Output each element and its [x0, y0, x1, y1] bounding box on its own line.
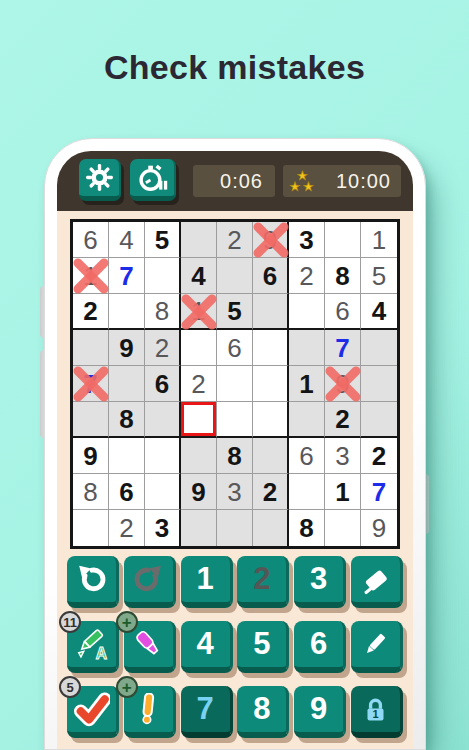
cell-r8c2[interactable]: 6 — [109, 474, 145, 510]
key-digit-7[interactable]: 7 — [181, 686, 233, 738]
key-digit-8[interactable]: 8 — [237, 686, 289, 738]
cell-value: 1 — [299, 371, 313, 397]
cell-value: 6 — [119, 479, 133, 505]
three-stars-icon: ★ ★ ★ — [289, 168, 319, 194]
key-label: 3 — [310, 561, 327, 597]
sudoku-grid: 6452931174628528156492677621982986328693… — [70, 219, 400, 549]
cell-value: 2 — [155, 335, 169, 361]
cell-r6c6[interactable] — [253, 402, 289, 438]
key-digit-1[interactable]: 1 — [181, 556, 233, 608]
settings-button[interactable] — [79, 159, 121, 201]
cell-r9c5[interactable] — [217, 510, 253, 546]
key-label: 8 — [253, 691, 270, 727]
svg-text:A: A — [95, 645, 106, 661]
cell-r5c7[interactable]: 1 — [289, 366, 325, 402]
cell-r6c3[interactable] — [145, 402, 181, 438]
cell-value: 8 — [299, 515, 313, 541]
timer-value: 0:06 — [220, 170, 263, 193]
cell-r6c1[interactable] — [73, 402, 109, 438]
key-exclamation[interactable]: + — [124, 686, 176, 738]
cell-r8c8[interactable]: 1 — [325, 474, 361, 510]
highlighter-icon — [131, 627, 165, 661]
cell-r5c3[interactable]: 6 — [145, 366, 181, 402]
eraser-icon — [360, 564, 391, 595]
cell-value: 6 — [299, 443, 313, 469]
cell-r3c9[interactable]: 4 — [361, 294, 397, 330]
cell-r1c6[interactable]: 9 — [253, 222, 289, 258]
key-highlighter[interactable]: + — [124, 621, 176, 673]
cell-r2c9[interactable]: 5 — [361, 258, 397, 294]
exclamation-icon — [132, 693, 164, 725]
cell-value: 9 — [372, 515, 386, 541]
cell-r1c4[interactable] — [181, 222, 217, 258]
top-bar: 0:06 ★ ★ ★ 10:00 — [57, 151, 413, 211]
key-digit-3[interactable]: 3 — [294, 556, 346, 608]
cell-r8c1[interactable]: 8 — [73, 474, 109, 510]
cell-value: 2 — [263, 479, 277, 505]
cell-r7c3[interactable] — [145, 438, 181, 474]
cell-r7c6[interactable] — [253, 438, 289, 474]
phone: 0:06 ★ ★ ★ 10:00 64529311746285281564926… — [44, 138, 426, 750]
cell-r3c1[interactable]: 2 — [73, 294, 109, 330]
cell-value: 2 — [372, 443, 386, 469]
cell-r3c4[interactable]: 1 — [181, 294, 217, 330]
key-eraser[interactable] — [351, 556, 403, 608]
cell-value: 5 — [155, 227, 169, 253]
cell-r5c8[interactable]: 9 — [325, 366, 361, 402]
cell-r3c7[interactable] — [289, 294, 325, 330]
cell-value: 1 — [191, 298, 205, 324]
cell-r8c4[interactable]: 9 — [181, 474, 217, 510]
cell-r1c7[interactable]: 3 — [289, 222, 325, 258]
target-time-value: 10:00 — [336, 170, 391, 193]
key-digit-9[interactable]: 9 — [294, 686, 346, 738]
cell-r1c1[interactable]: 6 — [73, 222, 109, 258]
key-label: 1 — [196, 561, 213, 597]
cell-value: 3 — [299, 227, 313, 253]
count-badge: 5 — [59, 676, 81, 698]
svg-text:★: ★ — [303, 179, 316, 194]
add-badge: + — [116, 611, 138, 633]
cell-r1c2[interactable]: 4 — [109, 222, 145, 258]
cell-r6c7[interactable] — [289, 402, 325, 438]
cell-value: 2 — [299, 263, 313, 289]
cell-value: 6 — [335, 298, 349, 324]
cell-r2c8[interactable]: 8 — [325, 258, 361, 294]
key-redo[interactable] — [124, 556, 176, 608]
cell-value: 9 — [83, 443, 97, 469]
cell-value: 6 — [263, 263, 277, 289]
board-area: 6452931174628528156492677621982986328693… — [57, 211, 413, 749]
cell-r5c9[interactable] — [361, 366, 397, 402]
cell-value: 4 — [119, 227, 133, 253]
cell-r6c2[interactable]: 8 — [109, 402, 145, 438]
cell-value: 8 — [119, 406, 133, 432]
cell-value: 6 — [83, 227, 97, 253]
cell-r4c3[interactable]: 2 — [145, 330, 181, 366]
cell-r7c2[interactable] — [109, 438, 145, 474]
cell-r8c5[interactable]: 3 — [217, 474, 253, 510]
cell-r2c5[interactable] — [217, 258, 253, 294]
cell-r1c9[interactable]: 1 — [361, 222, 397, 258]
cell-r7c5[interactable]: 8 — [217, 438, 253, 474]
cell-value: 4 — [191, 263, 205, 289]
key-pencil[interactable] — [351, 621, 403, 673]
cell-r3c8[interactable]: 6 — [325, 294, 361, 330]
cell-r9c4[interactable] — [181, 510, 217, 546]
cell-r8c9[interactable]: 7 — [361, 474, 397, 510]
cell-value: 7 — [372, 479, 386, 505]
cell-value: 1 — [335, 479, 349, 505]
cell-value: 6 — [227, 335, 241, 361]
cell-r4c8[interactable]: 7 — [325, 330, 361, 366]
redo-icon — [132, 563, 164, 595]
cell-value: 1 — [372, 227, 386, 253]
key-undo[interactable] — [67, 556, 119, 608]
lock-icon: 1 — [360, 694, 391, 725]
cell-value: 8 — [335, 263, 349, 289]
key-lock[interactable]: 1 — [351, 686, 403, 738]
cell-r3c2[interactable] — [109, 294, 145, 330]
cell-r2c4[interactable]: 4 — [181, 258, 217, 294]
cell-r4c9[interactable] — [361, 330, 397, 366]
key-label: 6 — [310, 626, 327, 662]
cell-r4c1[interactable] — [73, 330, 109, 366]
cell-r1c8[interactable] — [325, 222, 361, 258]
svg-text:★: ★ — [289, 179, 302, 194]
page-title: Check mistakes — [0, 48, 469, 87]
cell-value: 2 — [227, 227, 241, 253]
auto-notes-pencil-icon: A — [75, 627, 109, 661]
cell-r3c3[interactable]: 8 — [145, 294, 181, 330]
cell-value: 2 — [335, 406, 349, 432]
cell-r7c1[interactable]: 9 — [73, 438, 109, 474]
cell-value: 2 — [119, 515, 133, 541]
keypad: 123A11+4565+7891 — [67, 556, 403, 749]
cell-value: 3 — [227, 479, 241, 505]
cell-r7c9[interactable]: 2 — [361, 438, 397, 474]
cell-r5c4[interactable]: 2 — [181, 366, 217, 402]
cell-r6c5[interactable] — [217, 402, 253, 438]
cell-value: 9 — [263, 227, 277, 253]
cell-value: 9 — [119, 335, 133, 361]
cell-r2c6[interactable]: 6 — [253, 258, 289, 294]
key-label: 9 — [310, 691, 327, 727]
cell-r9c7[interactable]: 8 — [289, 510, 325, 546]
svg-text:1: 1 — [372, 708, 378, 720]
key-digit-5[interactable]: 5 — [237, 621, 289, 673]
cell-r1c3[interactable]: 5 — [145, 222, 181, 258]
cell-value: 6 — [155, 371, 169, 397]
cell-r2c3[interactable] — [145, 258, 181, 294]
cell-r3c5[interactable]: 5 — [217, 294, 253, 330]
pencil-icon — [360, 629, 390, 659]
cell-r9c9[interactable]: 9 — [361, 510, 397, 546]
cell-value: 7 — [119, 263, 133, 289]
key-digit-4[interactable]: 4 — [181, 621, 233, 673]
cell-r4c6[interactable] — [253, 330, 289, 366]
key-check[interactable]: 5 — [67, 686, 119, 738]
cell-r8c3[interactable] — [145, 474, 181, 510]
cell-r4c4[interactable] — [181, 330, 217, 366]
cell-r4c5[interactable]: 6 — [217, 330, 253, 366]
cell-value: 5 — [372, 263, 386, 289]
cell-r7c7[interactable]: 6 — [289, 438, 325, 474]
key-label: 5 — [253, 626, 270, 662]
key-label: 4 — [196, 626, 213, 662]
key-digit-2[interactable]: 2 — [237, 556, 289, 608]
cell-value: 8 — [155, 298, 169, 324]
pause-button[interactable] — [130, 159, 176, 201]
timer-display: 0:06 — [193, 165, 275, 197]
cell-value: 2 — [83, 298, 97, 324]
cell-r9c6[interactable] — [253, 510, 289, 546]
cell-r4c2[interactable]: 9 — [109, 330, 145, 366]
stopwatch-pause-icon — [136, 161, 169, 194]
cell-r6c9[interactable] — [361, 402, 397, 438]
gear-icon — [85, 163, 114, 192]
cell-r3c6[interactable] — [253, 294, 289, 330]
cell-r9c2[interactable]: 2 — [109, 510, 145, 546]
cell-r8c6[interactable]: 2 — [253, 474, 289, 510]
check-icon — [74, 691, 110, 727]
count-badge: 11 — [59, 611, 81, 633]
cell-r9c8[interactable] — [325, 510, 361, 546]
cell-r7c8[interactable]: 3 — [325, 438, 361, 474]
add-badge: + — [116, 676, 138, 698]
cell-r5c2[interactable] — [109, 366, 145, 402]
target-time-display: ★ ★ ★ 10:00 — [283, 165, 401, 197]
phone-screen: 0:06 ★ ★ ★ 10:00 64529311746285281564926… — [57, 151, 413, 749]
cell-r5c5[interactable] — [217, 366, 253, 402]
cell-r5c6[interactable] — [253, 366, 289, 402]
cell-value: 7 — [335, 335, 349, 361]
cell-r2c2[interactable]: 7 — [109, 258, 145, 294]
cell-value: 8 — [227, 443, 241, 469]
undo-icon — [76, 563, 108, 595]
key-digit-6[interactable]: 6 — [294, 621, 346, 673]
cell-value: 7 — [83, 371, 97, 397]
cell-r9c3[interactable]: 3 — [145, 510, 181, 546]
cell-value: 1 — [83, 263, 97, 289]
cell-r2c1[interactable]: 1 — [73, 258, 109, 294]
key-label: 2 — [253, 561, 270, 597]
cell-value: 5 — [227, 298, 241, 324]
cell-r9c1[interactable] — [73, 510, 109, 546]
cell-value: 4 — [372, 298, 386, 324]
cell-r2c7[interactable]: 2 — [289, 258, 325, 294]
cell-r5c1[interactable]: 7 — [73, 366, 109, 402]
page-background: { "game": "sudoku", "title": "Check mist… — [0, 0, 469, 750]
cell-r6c4[interactable] — [181, 402, 217, 438]
cell-r6c8[interactable]: 2 — [325, 402, 361, 438]
key-auto-notes[interactable]: A11 — [67, 621, 119, 673]
cell-r7c4[interactable] — [181, 438, 217, 474]
cell-r1c5[interactable]: 2 — [217, 222, 253, 258]
cell-r4c7[interactable] — [289, 330, 325, 366]
cell-value: 9 — [191, 479, 205, 505]
cell-value: 3 — [335, 443, 349, 469]
cell-value: 9 — [335, 371, 349, 397]
cell-value: 2 — [191, 371, 205, 397]
cell-r8c7[interactable] — [289, 474, 325, 510]
key-label: 7 — [196, 691, 213, 727]
cell-value: 3 — [155, 515, 169, 541]
cell-value: 8 — [83, 479, 97, 505]
